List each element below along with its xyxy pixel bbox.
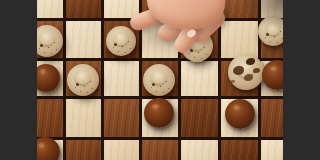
photo-stage bbox=[37, 0, 283, 160]
piece-dark-r3c3[interactable] bbox=[144, 98, 174, 128]
square-r0c0-light[interactable] bbox=[37, 0, 63, 18]
piece-dark-r3c5[interactable] bbox=[225, 99, 255, 129]
piece-light-r1c2[interactable] bbox=[106, 26, 136, 56]
square-r0c2-light[interactable] bbox=[104, 0, 139, 18]
square-r4c5-dark[interactable] bbox=[221, 140, 258, 160]
square-r3c0-dark[interactable] bbox=[37, 99, 63, 137]
piece-light-r2c3[interactable] bbox=[143, 64, 175, 96]
board-photo bbox=[37, 0, 283, 160]
square-r0c4-light[interactable] bbox=[181, 0, 218, 18]
square-r3c1-light[interactable] bbox=[66, 99, 101, 137]
square-r3c4-dark[interactable] bbox=[181, 99, 218, 137]
piece-light-r1c4[interactable] bbox=[181, 30, 213, 62]
square-r4c6-light[interactable] bbox=[261, 140, 283, 160]
square-r1c3-light[interactable] bbox=[142, 21, 178, 58]
square-r0c5-dark[interactable] bbox=[221, 0, 258, 18]
square-r1c5-light[interactable] bbox=[221, 21, 258, 58]
square-r3c6-dark[interactable] bbox=[261, 99, 283, 137]
square-r4c3-dark[interactable] bbox=[142, 140, 178, 160]
piece-light-r1c6[interactable] bbox=[258, 16, 283, 46]
square-r4c2-light[interactable] bbox=[104, 140, 139, 160]
square-r3c2-dark[interactable] bbox=[104, 99, 139, 137]
square-r2c4-light[interactable] bbox=[181, 61, 218, 96]
square-r0c1-dark[interactable] bbox=[66, 0, 101, 18]
square-r4c4-light[interactable] bbox=[181, 140, 218, 160]
square-r4c1-dark[interactable] bbox=[66, 140, 101, 160]
square-r0c3-dark[interactable] bbox=[142, 0, 178, 18]
square-r1c1-light[interactable] bbox=[66, 21, 101, 58]
piece-light-r2c1[interactable] bbox=[67, 64, 99, 96]
piece-light-r2c5[interactable] bbox=[228, 54, 264, 90]
square-r2c2-light[interactable] bbox=[104, 61, 139, 96]
